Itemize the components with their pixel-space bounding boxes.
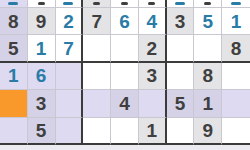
cell-r5-c3[interactable]: 2: [56, 8, 84, 35]
cell-r6-c6[interactable]: 2: [139, 35, 167, 62]
cropped-digit-bottom: [148, 2, 155, 5]
cropped-digit-bottom: [93, 2, 100, 5]
cell-r6-c5[interactable]: [111, 35, 139, 62]
given-digit: 2: [146, 39, 157, 58]
cell-r9-c1[interactable]: [0, 118, 28, 145]
cell-r7-c8[interactable]: 8: [194, 63, 222, 90]
cell-r5-c1[interactable]: 8: [0, 8, 28, 35]
cell-r7-c4[interactable]: [83, 63, 111, 90]
selected-cell[interactable]: [0, 90, 28, 117]
user-digit: 6: [119, 12, 130, 31]
cell-r9-c4[interactable]: [83, 118, 111, 145]
cell-r5-c4[interactable]: 7: [83, 8, 111, 35]
given-digit: 7: [91, 12, 102, 31]
cell-r7-c2[interactable]: 6: [28, 63, 56, 90]
given-digit: 1: [203, 94, 214, 113]
given-digit: 8: [203, 66, 214, 85]
cell-r5-c6[interactable]: 4: [139, 8, 167, 35]
cell-r8-c7[interactable]: 5: [167, 90, 195, 117]
given-digit: 5: [8, 39, 19, 58]
cropped-digit-bottom: [38, 2, 45, 5]
given-digit: 4: [119, 94, 130, 113]
cell-r6-c4[interactable]: [83, 35, 111, 62]
cell-r8-c3[interactable]: [56, 90, 84, 117]
user-digit: 1: [231, 12, 242, 31]
cell-r5-c7[interactable]: 3: [167, 8, 195, 35]
cell-r8-c4[interactable]: [83, 90, 111, 117]
cell-r6-c1[interactable]: 5: [0, 35, 28, 62]
cell-r8-c9[interactable]: [222, 90, 250, 117]
cropped-digit-bottom: [175, 2, 185, 5]
user-digit: 4: [146, 12, 157, 31]
given-digit: 3: [36, 94, 47, 113]
cell-r8-c2[interactable]: 3: [28, 90, 56, 117]
cell-r9-c8[interactable]: 9: [194, 118, 222, 145]
cell-r7-c5[interactable]: [111, 63, 139, 90]
cell-r4-c9[interactable]: [222, 0, 250, 8]
cropped-digit-bottom: [121, 2, 128, 5]
given-digit: 9: [36, 12, 47, 31]
cell-r6-c9[interactable]: 8: [222, 35, 250, 62]
cell-r8-c8[interactable]: 1: [194, 90, 222, 117]
cell-r5-c9[interactable]: 1: [222, 8, 250, 35]
cell-r7-c7[interactable]: [167, 63, 195, 90]
cell-r7-c6[interactable]: 3: [139, 63, 167, 90]
user-digit: 1: [36, 39, 47, 58]
board-bottom-edge: [0, 145, 250, 150]
cropped-digit-bottom: [204, 2, 211, 5]
cell-r6-c7[interactable]: [167, 35, 195, 62]
cell-r4-c6[interactable]: [139, 0, 167, 8]
cell-r5-c8[interactable]: 5: [194, 8, 222, 35]
user-digit: 1: [8, 66, 19, 85]
cropped-digit-bottom: [63, 2, 73, 5]
given-digit: 9: [203, 121, 214, 140]
cell-r9-c7[interactable]: [167, 118, 195, 145]
given-digit: 8: [231, 39, 242, 58]
cell-r5-c2[interactable]: 9: [28, 8, 56, 35]
cell-r6-c8[interactable]: [194, 35, 222, 62]
cell-r9-c6[interactable]: 1: [139, 118, 167, 145]
given-digit: 3: [175, 12, 186, 31]
cell-r7-c9[interactable]: [222, 63, 250, 90]
cell-r6-c3[interactable]: 7: [56, 35, 84, 62]
cell-r6-c2[interactable]: 1: [28, 35, 56, 62]
cell-r7-c3[interactable]: [56, 63, 84, 90]
cell-r4-c2[interactable]: [28, 0, 56, 8]
cropped-digit-bottom: [231, 2, 241, 5]
cell-r7-c1[interactable]: 1: [0, 63, 28, 90]
user-digit: 5: [203, 12, 214, 31]
cell-r9-c9[interactable]: [222, 118, 250, 145]
given-digit: 3: [146, 66, 157, 85]
cell-r8-c5[interactable]: 4: [111, 90, 139, 117]
sudoku-board: 8927643515172816383451519: [0, 0, 250, 145]
user-digit: 6: [36, 66, 47, 85]
user-digit: 2: [63, 12, 74, 31]
cell-r4-c5[interactable]: [111, 0, 139, 8]
cell-r4-c1[interactable]: [0, 0, 28, 8]
cell-r9-c2[interactable]: 5: [28, 118, 56, 145]
given-digit: 5: [36, 121, 47, 140]
cell-r4-c7[interactable]: [167, 0, 195, 8]
cell-r9-c3[interactable]: [56, 118, 84, 145]
cell-r4-c4[interactable]: [83, 0, 111, 8]
cell-r9-c5[interactable]: [111, 118, 139, 145]
cell-r4-c3[interactable]: [56, 0, 84, 8]
cell-r4-c8[interactable]: [194, 0, 222, 8]
cell-r5-c5[interactable]: 6: [111, 8, 139, 35]
given-digit: 5: [175, 94, 186, 113]
given-digit: 1: [146, 121, 157, 140]
cropped-digit-bottom: [8, 2, 18, 5]
cell-r8-c6[interactable]: [139, 90, 167, 117]
user-digit: 7: [63, 39, 74, 58]
given-digit: 8: [8, 12, 19, 31]
